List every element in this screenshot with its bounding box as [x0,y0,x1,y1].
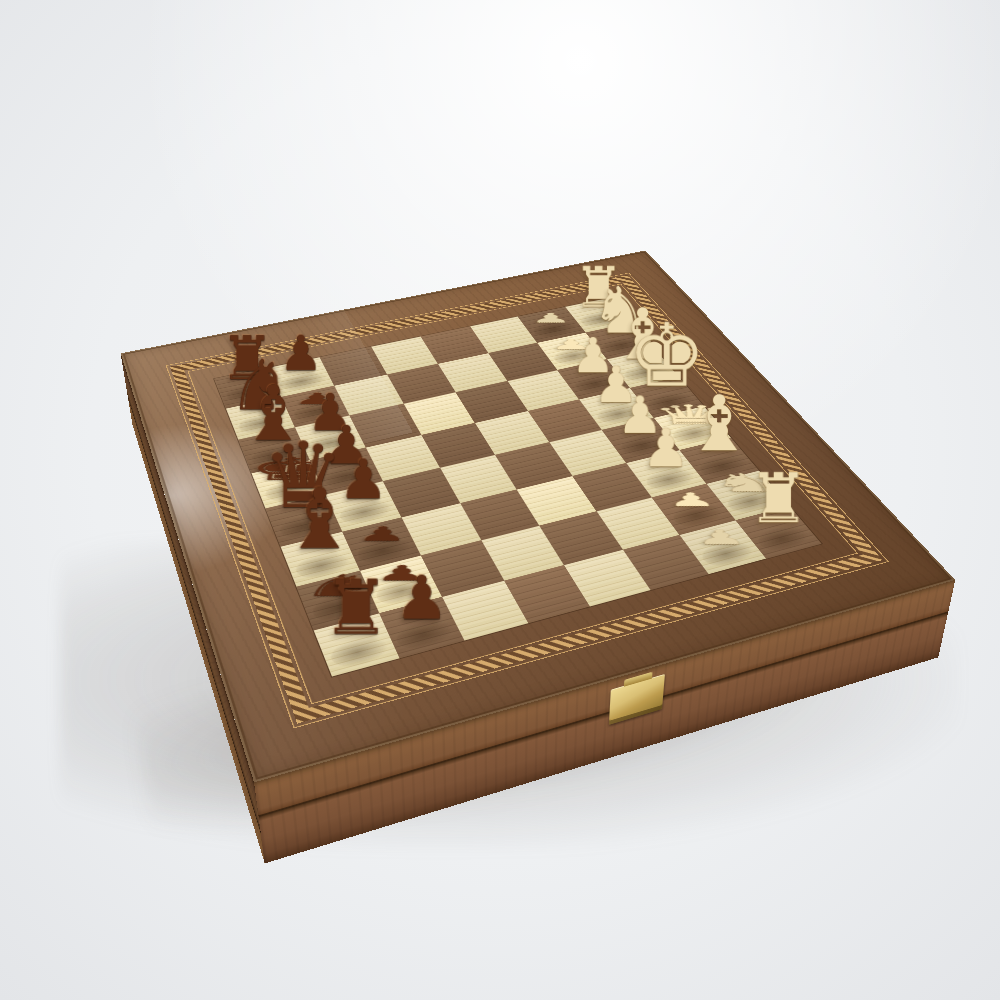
rook-glyph: ♜ [704,467,852,532]
clasp-catch-tab [624,671,653,686]
bishop-glyph: ♝ [244,480,396,559]
chess-case: ♜♟♟♜♞♟♟♞♝♟♟♝♚♟♟♚♛♟♟♛♝♟♟♝♞♟♟♞♜♟♟♜ [121,251,956,783]
brass-clasp-icon[interactable] [609,673,665,724]
rook-glyph: ♜ [275,573,438,644]
studio-background: ♜♟♟♜♞♟♟♞♝♟♟♝♚♟♟♚♛♟♟♛♝♟♟♝♞♟♟♞♜♟♟♜ [0,0,1000,1000]
scene: ♜♟♟♜♞♟♟♞♝♟♟♝♚♟♟♚♛♟♟♛♝♟♟♝♞♟♟♞♜♟♟♜ [0,0,1000,1000]
